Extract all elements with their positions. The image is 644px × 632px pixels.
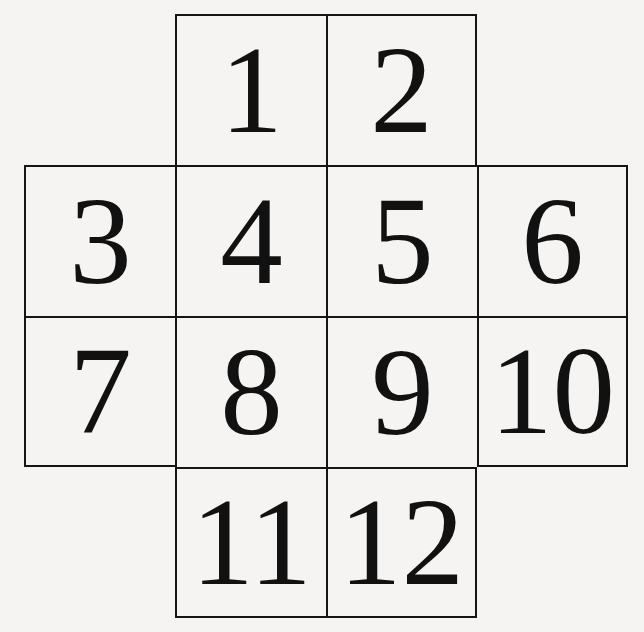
empty-corner [477,467,628,618]
grid-cell-5: 5 [326,165,477,316]
grid-cell-9: 9 [326,316,477,467]
empty-corner [24,467,175,618]
grid-cell-7: 7 [24,316,175,467]
grid-cell-2: 2 [326,14,477,165]
empty-corner [477,14,628,165]
cross-grid: 123456789101112 [24,14,628,618]
grid-cell-11: 11 [175,467,326,618]
grid-cell-3: 3 [24,165,175,316]
grid-cell-1: 1 [175,14,326,165]
grid-cell-12: 12 [326,467,477,618]
empty-corner [24,14,175,165]
grid-cell-6: 6 [477,165,628,316]
grid-cell-4: 4 [175,165,326,316]
grid-cell-10: 10 [477,316,628,467]
puzzle-diagram: 123456789101112 [0,0,644,632]
grid-cell-8: 8 [175,316,326,467]
